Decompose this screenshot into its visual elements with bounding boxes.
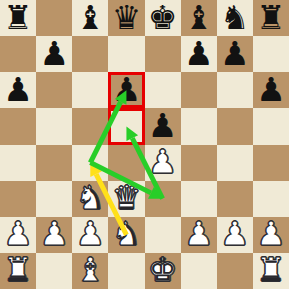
- square-f8[interactable]: ♝: [181, 0, 217, 36]
- black-pawn[interactable]: ♟: [256, 73, 286, 106]
- square-e2[interactable]: [145, 217, 181, 253]
- square-h3[interactable]: [253, 181, 289, 217]
- square-b5[interactable]: [36, 108, 72, 144]
- square-f4[interactable]: [181, 145, 217, 181]
- square-f6[interactable]: [181, 72, 217, 108]
- square-b3[interactable]: [36, 181, 72, 217]
- square-e4[interactable]: ♟: [145, 145, 181, 181]
- square-f2[interactable]: ♟: [181, 217, 217, 253]
- square-h7[interactable]: [253, 36, 289, 72]
- black-queen[interactable]: ♛: [112, 1, 142, 34]
- black-pawn[interactable]: ♟: [148, 109, 178, 142]
- white-knight[interactable]: ♞: [76, 181, 106, 214]
- square-c1[interactable]: ♝: [72, 253, 108, 289]
- square-g6[interactable]: [217, 72, 253, 108]
- square-g8[interactable]: ♞: [217, 0, 253, 36]
- black-rook[interactable]: ♜: [3, 1, 33, 34]
- black-knight[interactable]: ♞: [220, 1, 250, 34]
- square-d1[interactable]: [108, 253, 144, 289]
- black-bishop[interactable]: ♝: [76, 1, 106, 34]
- square-d3[interactable]: ♛: [108, 181, 144, 217]
- square-e7[interactable]: [145, 36, 181, 72]
- square-e6[interactable]: [145, 72, 181, 108]
- square-b2[interactable]: ♟: [36, 217, 72, 253]
- black-pawn[interactable]: ♟: [3, 73, 33, 106]
- black-pawn[interactable]: ♟: [39, 37, 69, 70]
- black-king[interactable]: ♚: [148, 1, 178, 34]
- square-a8[interactable]: ♜: [0, 0, 36, 36]
- square-g3[interactable]: [217, 181, 253, 217]
- square-b6[interactable]: [36, 72, 72, 108]
- white-rook[interactable]: ♜: [3, 253, 33, 286]
- square-g2[interactable]: ♟: [217, 217, 253, 253]
- square-f7[interactable]: ♟: [181, 36, 217, 72]
- square-g7[interactable]: ♟: [217, 36, 253, 72]
- square-c3[interactable]: ♞: [72, 181, 108, 217]
- square-a2[interactable]: ♟: [0, 217, 36, 253]
- chess-board-stage: ♜♝♛♚♝♞♜♟♟♟♟♟♟♟♟♞♛♟♟♟♞♟♟♟♜♝♚♜: [0, 0, 289, 289]
- square-a7[interactable]: [0, 36, 36, 72]
- square-b8[interactable]: [36, 0, 72, 36]
- square-c6[interactable]: [72, 72, 108, 108]
- square-d2[interactable]: ♞: [108, 217, 144, 253]
- square-h5[interactable]: [253, 108, 289, 144]
- square-g1[interactable]: [217, 253, 253, 289]
- square-e3[interactable]: [145, 181, 181, 217]
- square-c4[interactable]: [72, 145, 108, 181]
- square-d6[interactable]: ♟: [108, 72, 144, 108]
- white-knight[interactable]: ♞: [112, 217, 142, 250]
- square-f5[interactable]: [181, 108, 217, 144]
- square-c5[interactable]: [72, 108, 108, 144]
- square-h1[interactable]: ♜: [253, 253, 289, 289]
- square-h2[interactable]: ♟: [253, 217, 289, 253]
- square-d5[interactable]: [108, 108, 144, 144]
- square-b7[interactable]: ♟: [36, 36, 72, 72]
- square-e1[interactable]: ♚: [145, 253, 181, 289]
- white-pawn[interactable]: ♟: [184, 217, 214, 250]
- white-pawn[interactable]: ♟: [148, 145, 178, 178]
- square-b1[interactable]: [36, 253, 72, 289]
- square-d8[interactable]: ♛: [108, 0, 144, 36]
- square-e5[interactable]: ♟: [145, 108, 181, 144]
- chess-board: ♜♝♛♚♝♞♜♟♟♟♟♟♟♟♟♞♛♟♟♟♞♟♟♟♜♝♚♜: [0, 0, 289, 289]
- white-pawn[interactable]: ♟: [39, 217, 69, 250]
- square-c8[interactable]: ♝: [72, 0, 108, 36]
- white-pawn[interactable]: ♟: [256, 217, 286, 250]
- black-pawn[interactable]: ♟: [184, 37, 214, 70]
- square-e8[interactable]: ♚: [145, 0, 181, 36]
- square-c2[interactable]: ♟: [72, 217, 108, 253]
- square-g5[interactable]: [217, 108, 253, 144]
- white-king[interactable]: ♚: [148, 253, 178, 286]
- square-f3[interactable]: [181, 181, 217, 217]
- square-b4[interactable]: [36, 145, 72, 181]
- square-h8[interactable]: ♜: [253, 0, 289, 36]
- square-c7[interactable]: [72, 36, 108, 72]
- square-h4[interactable]: [253, 145, 289, 181]
- white-bishop[interactable]: ♝: [76, 253, 106, 286]
- white-pawn[interactable]: ♟: [76, 217, 106, 250]
- white-queen[interactable]: ♛: [112, 181, 142, 214]
- square-d7[interactable]: [108, 36, 144, 72]
- black-pawn[interactable]: ♟: [220, 37, 250, 70]
- square-g4[interactable]: [217, 145, 253, 181]
- square-a1[interactable]: ♜: [0, 253, 36, 289]
- square-f1[interactable]: [181, 253, 217, 289]
- white-pawn[interactable]: ♟: [220, 217, 250, 250]
- black-bishop[interactable]: ♝: [184, 1, 214, 34]
- square-a5[interactable]: [0, 108, 36, 144]
- black-rook[interactable]: ♜: [256, 1, 286, 34]
- white-rook[interactable]: ♜: [256, 253, 286, 286]
- square-h6[interactable]: ♟: [253, 72, 289, 108]
- square-a6[interactable]: ♟: [0, 72, 36, 108]
- square-a4[interactable]: [0, 145, 36, 181]
- black-pawn[interactable]: ♟: [112, 73, 142, 106]
- square-a3[interactable]: [0, 181, 36, 217]
- white-pawn[interactable]: ♟: [3, 217, 33, 250]
- square-d4[interactable]: [108, 145, 144, 181]
